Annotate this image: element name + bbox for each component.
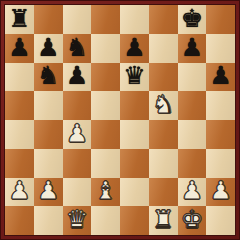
piece-black-pawn[interactable]: ♟ (37, 35, 59, 60)
square-c3[interactable] (63, 149, 92, 178)
square-d2[interactable]: ♝ (91, 178, 120, 207)
square-b4[interactable] (34, 120, 63, 149)
square-a7[interactable]: ♟ (5, 34, 34, 63)
piece-white-pawn[interactable]: ♟ (209, 178, 231, 203)
square-d3[interactable] (91, 149, 120, 178)
square-g8[interactable]: ♚ (178, 5, 207, 34)
piece-black-king[interactable]: ♚ (181, 6, 203, 31)
square-f7[interactable] (149, 34, 178, 63)
square-d4[interactable] (91, 120, 120, 149)
piece-black-pawn[interactable]: ♟ (66, 63, 88, 88)
square-h3[interactable] (206, 149, 235, 178)
square-b7[interactable]: ♟ (34, 34, 63, 63)
piece-white-bishop[interactable]: ♝ (94, 178, 116, 203)
square-e2[interactable] (120, 178, 149, 207)
piece-black-rook[interactable]: ♜ (8, 6, 30, 31)
square-f4[interactable] (149, 120, 178, 149)
square-h2[interactable]: ♟ (206, 178, 235, 207)
square-b3[interactable] (34, 149, 63, 178)
square-a3[interactable] (5, 149, 34, 178)
square-d7[interactable] (91, 34, 120, 63)
square-a8[interactable]: ♜ (5, 5, 34, 34)
piece-black-pawn[interactable]: ♟ (181, 35, 203, 60)
piece-white-pawn[interactable]: ♟ (181, 178, 203, 203)
square-a4[interactable] (5, 120, 34, 149)
square-b5[interactable] (34, 91, 63, 120)
square-g2[interactable]: ♟ (178, 178, 207, 207)
square-f6[interactable] (149, 63, 178, 92)
square-e8[interactable] (120, 5, 149, 34)
piece-black-pawn[interactable]: ♟ (8, 35, 30, 60)
square-c1[interactable]: ♛ (63, 206, 92, 235)
square-b2[interactable]: ♟ (34, 178, 63, 207)
square-f2[interactable] (149, 178, 178, 207)
square-g5[interactable] (178, 91, 207, 120)
square-e1[interactable] (120, 206, 149, 235)
square-c7[interactable]: ♞ (63, 34, 92, 63)
square-a2[interactable]: ♟ (5, 178, 34, 207)
square-c6[interactable]: ♟ (63, 63, 92, 92)
chess-board: ♜♚♟♟♞♟♟♞♟♛♟♞♟♟♟♝♟♟♛♜♚ (4, 4, 236, 236)
square-c2[interactable] (63, 178, 92, 207)
piece-white-knight[interactable]: ♞ (152, 92, 174, 117)
square-g4[interactable] (178, 120, 207, 149)
square-h1[interactable] (206, 206, 235, 235)
square-h7[interactable] (206, 34, 235, 63)
square-e4[interactable] (120, 120, 149, 149)
square-d1[interactable] (91, 206, 120, 235)
square-e3[interactable] (120, 149, 149, 178)
square-c4[interactable]: ♟ (63, 120, 92, 149)
square-e7[interactable]: ♟ (120, 34, 149, 63)
square-a1[interactable] (5, 206, 34, 235)
piece-white-pawn[interactable]: ♟ (66, 121, 88, 146)
piece-black-knight[interactable]: ♞ (66, 35, 88, 60)
square-f1[interactable]: ♜ (149, 206, 178, 235)
piece-white-pawn[interactable]: ♟ (37, 178, 59, 203)
square-g1[interactable]: ♚ (178, 206, 207, 235)
square-a6[interactable] (5, 63, 34, 92)
square-h5[interactable] (206, 91, 235, 120)
piece-black-queen[interactable]: ♛ (123, 63, 145, 88)
square-g7[interactable]: ♟ (178, 34, 207, 63)
square-h6[interactable]: ♟ (206, 63, 235, 92)
square-h8[interactable] (206, 5, 235, 34)
piece-white-queen[interactable]: ♛ (66, 207, 88, 232)
piece-white-pawn[interactable]: ♟ (8, 178, 30, 203)
board-frame: ♜♚♟♟♞♟♟♞♟♛♟♞♟♟♟♝♟♟♛♜♚ (0, 0, 240, 240)
square-b1[interactable] (34, 206, 63, 235)
square-e6[interactable]: ♛ (120, 63, 149, 92)
square-d6[interactable] (91, 63, 120, 92)
square-e5[interactable] (120, 91, 149, 120)
square-f3[interactable] (149, 149, 178, 178)
square-d5[interactable] (91, 91, 120, 120)
square-c5[interactable] (63, 91, 92, 120)
piece-black-knight[interactable]: ♞ (37, 63, 59, 88)
square-g6[interactable] (178, 63, 207, 92)
square-b8[interactable] (34, 5, 63, 34)
square-f8[interactable] (149, 5, 178, 34)
square-f5[interactable]: ♞ (149, 91, 178, 120)
square-a5[interactable] (5, 91, 34, 120)
square-g3[interactable] (178, 149, 207, 178)
square-b6[interactable]: ♞ (34, 63, 63, 92)
square-c8[interactable] (63, 5, 92, 34)
piece-black-pawn[interactable]: ♟ (123, 35, 145, 60)
piece-white-king[interactable]: ♚ (181, 207, 203, 232)
square-d8[interactable] (91, 5, 120, 34)
square-h4[interactable] (206, 120, 235, 149)
piece-white-rook[interactable]: ♜ (152, 207, 174, 232)
piece-black-pawn[interactable]: ♟ (209, 63, 231, 88)
